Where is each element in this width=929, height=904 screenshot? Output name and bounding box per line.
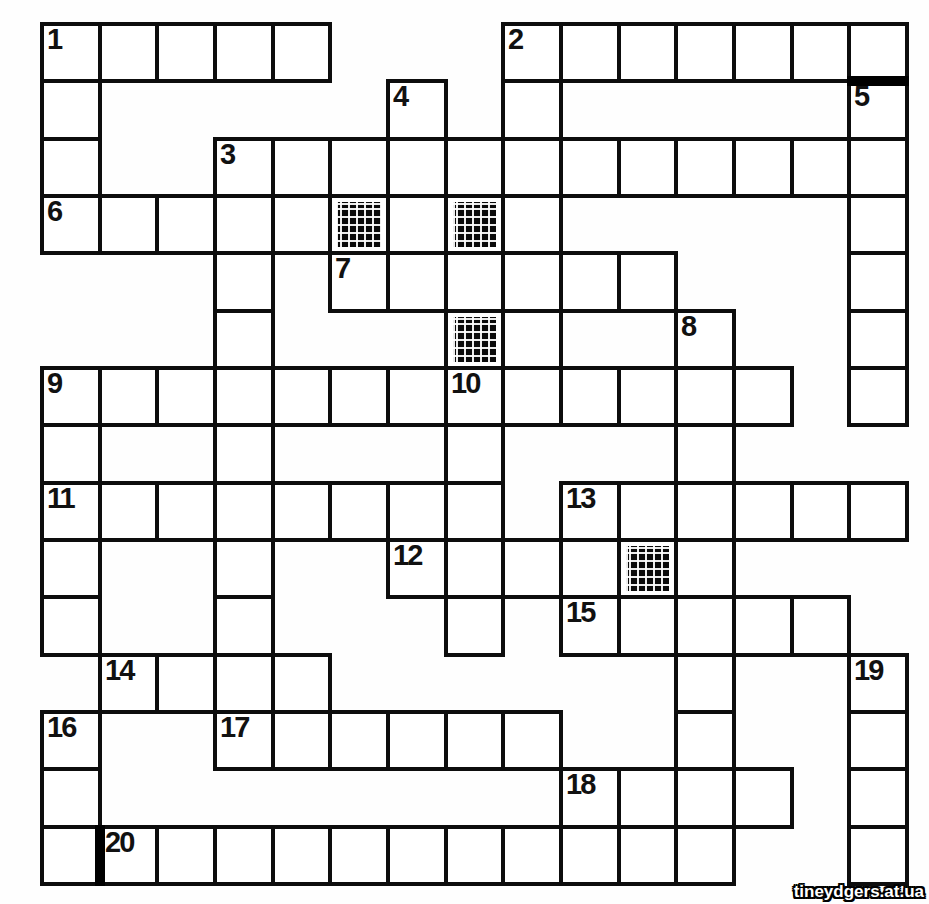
cell-r1c14[interactable]: 5: [847, 79, 909, 141]
cell-r5c3[interactable]: [213, 309, 275, 370]
clue-number-10: 10: [451, 367, 479, 400]
cell-r12c3[interactable]: 17: [213, 710, 275, 771]
cell-r9c11[interactable]: [674, 538, 736, 599]
cell-r6c4[interactable]: [271, 366, 332, 427]
cell-r8c9[interactable]: 13: [559, 481, 621, 542]
cell-r2c3[interactable]: 3: [213, 137, 275, 198]
cell-r0c13[interactable]: [790, 22, 851, 83]
word-separator-bar: [847, 76, 909, 86]
cell-r11c14[interactable]: 19: [847, 653, 909, 714]
cell-r8c4[interactable]: [271, 481, 332, 542]
clue-number-18: 18: [566, 768, 594, 801]
cell-r12c4[interactable]: [271, 710, 332, 771]
cell-r6c8[interactable]: [501, 366, 563, 427]
cell-r8c11[interactable]: [674, 481, 736, 542]
cell-r0c11[interactable]: [674, 22, 736, 83]
clue-number-14: 14: [105, 654, 133, 687]
cell-r3c6[interactable]: [386, 194, 448, 255]
cell-r4c8[interactable]: [501, 251, 563, 313]
cell-r11c1[interactable]: 14: [98, 653, 159, 714]
cell-r11c3[interactable]: [213, 653, 275, 714]
clue-number-6: 6: [47, 195, 61, 228]
cell-r2c8[interactable]: [501, 137, 563, 198]
watermark-text: tineydgers.at.ua: [794, 882, 924, 902]
cell-r9c3[interactable]: [213, 538, 275, 599]
cell-r9c8[interactable]: [501, 538, 563, 599]
cell-r2c0[interactable]: [40, 137, 102, 198]
cell-r14c3[interactable]: [213, 825, 275, 886]
cell-r12c0[interactable]: 16: [40, 710, 102, 771]
clue-number-13: 13: [566, 482, 594, 515]
cell-r0c3[interactable]: [213, 22, 275, 83]
cell-r4c6[interactable]: [386, 251, 448, 313]
cell-r6c10[interactable]: [617, 366, 678, 427]
cell-r0c8[interactable]: 2: [501, 22, 563, 83]
cell-r0c12[interactable]: [732, 22, 794, 83]
cell-r3c8[interactable]: [501, 194, 563, 255]
cell-r6c1[interactable]: [98, 366, 159, 427]
cell-r6c2[interactable]: [155, 366, 217, 427]
cell-r11c11[interactable]: [674, 653, 736, 714]
cell-r10c13[interactable]: [790, 595, 851, 657]
clue-number-12: 12: [393, 539, 421, 572]
blocked-cell-r9c10: [617, 538, 678, 599]
clue-number-20: 20: [105, 826, 133, 859]
cell-r11c4[interactable]: [271, 653, 332, 714]
clue-number-16: 16: [47, 711, 75, 744]
word-separator-bar: [95, 825, 105, 886]
cell-r13c12[interactable]: [732, 767, 794, 829]
cell-r8c12[interactable]: [732, 481, 794, 542]
crossword-board: 1245367891011131215141916171820: [0, 0, 929, 904]
cell-r2c14[interactable]: [847, 137, 909, 198]
cell-r8c0[interactable]: 11: [40, 481, 102, 542]
cell-r8c5[interactable]: [328, 481, 390, 542]
cell-r12c14[interactable]: [847, 710, 909, 771]
cell-r13c0[interactable]: [40, 767, 102, 829]
cell-r10c0[interactable]: [40, 595, 102, 657]
cell-r14c4[interactable]: [271, 825, 332, 886]
hatch-pattern: [453, 317, 496, 362]
cell-r1c8[interactable]: [501, 79, 563, 141]
clue-number-4: 4: [393, 80, 407, 113]
cell-r9c0[interactable]: [40, 538, 102, 599]
cell-r12c8[interactable]: [501, 710, 563, 771]
cell-r9c9[interactable]: [559, 538, 621, 599]
cell-r2c9[interactable]: [559, 137, 621, 198]
cell-r4c9[interactable]: [559, 251, 621, 313]
cell-r14c0[interactable]: [40, 825, 102, 886]
cell-r6c14[interactable]: [847, 366, 909, 427]
cell-r10c7[interactable]: [444, 595, 505, 657]
cell-r14c5[interactable]: [328, 825, 390, 886]
cell-r4c3[interactable]: [213, 251, 275, 313]
cell-r1c0[interactable]: [40, 79, 102, 141]
cell-r14c11[interactable]: [674, 825, 736, 886]
cell-r10c10[interactable]: [617, 595, 678, 657]
cell-r6c9[interactable]: [559, 366, 621, 427]
cell-r10c9[interactable]: 15: [559, 595, 621, 657]
cell-r3c0[interactable]: 6: [40, 194, 102, 255]
cell-r6c0[interactable]: 9: [40, 366, 102, 427]
cell-r4c10[interactable]: [617, 251, 678, 313]
clue-number-2: 2: [508, 23, 522, 56]
cell-r6c6[interactable]: [386, 366, 448, 427]
cell-r0c14[interactable]: [847, 22, 909, 83]
cell-r14c10[interactable]: [617, 825, 678, 886]
cell-r3c1[interactable]: [98, 194, 159, 255]
cell-r6c11[interactable]: [674, 366, 736, 427]
hatch-pattern: [626, 546, 669, 591]
cell-r6c12[interactable]: [732, 366, 794, 427]
cell-r5c11[interactable]: 8: [674, 309, 736, 370]
blocked-cell-r5c7: [444, 309, 505, 370]
cell-r0c10[interactable]: [617, 22, 678, 83]
cell-r2c4[interactable]: [271, 137, 332, 198]
blocked-cell-r3c7: [444, 194, 505, 255]
cell-r2c6[interactable]: [386, 137, 448, 198]
cell-r14c14[interactable]: [847, 825, 909, 886]
cell-r7c0[interactable]: [40, 423, 102, 485]
cell-r4c14[interactable]: [847, 251, 909, 313]
cell-r9c7[interactable]: [444, 538, 505, 599]
cell-r10c11[interactable]: [674, 595, 736, 657]
clue-number-7: 7: [335, 252, 349, 285]
cell-r13c14[interactable]: [847, 767, 909, 829]
clue-number-15: 15: [566, 596, 594, 629]
cell-r8c6[interactable]: [386, 481, 448, 542]
cell-r3c4[interactable]: [271, 194, 332, 255]
blocked-cell-r3c5: [328, 194, 390, 255]
cell-r0c2[interactable]: [155, 22, 217, 83]
cell-r8c7[interactable]: [444, 481, 505, 542]
cell-r6c5[interactable]: [328, 366, 390, 427]
hatch-pattern: [453, 202, 496, 247]
crossword-page: 1245367891011131215141916171820 tineydge…: [0, 0, 929, 904]
cell-r0c9[interactable]: [559, 22, 621, 83]
cell-r10c3[interactable]: [213, 595, 275, 657]
cell-r9c6[interactable]: 12: [386, 538, 448, 599]
cell-r4c7[interactable]: [444, 251, 505, 313]
cell-r2c7[interactable]: [444, 137, 505, 198]
cell-r0c1[interactable]: [98, 22, 159, 83]
cell-r8c14[interactable]: [847, 481, 909, 542]
cell-r7c7[interactable]: [444, 423, 505, 485]
cell-r5c8[interactable]: [501, 309, 563, 370]
cell-r6c7[interactable]: 10: [444, 366, 505, 427]
cell-r0c0[interactable]: 1: [40, 22, 102, 83]
cell-r8c3[interactable]: [213, 481, 275, 542]
cell-r8c1[interactable]: [98, 481, 159, 542]
clue-number-19: 19: [854, 654, 882, 687]
clue-number-11: 11: [47, 482, 74, 515]
cell-r6c3[interactable]: [213, 366, 275, 427]
cell-r7c3[interactable]: [213, 423, 275, 485]
cell-r13c10[interactable]: [617, 767, 678, 829]
cell-r2c5[interactable]: [328, 137, 390, 198]
cell-r3c2[interactable]: [155, 194, 217, 255]
cell-r13c9[interactable]: 18: [559, 767, 621, 829]
cell-r3c14[interactable]: [847, 194, 909, 255]
clue-number-17: 17: [220, 711, 248, 744]
cell-r12c6[interactable]: [386, 710, 448, 771]
cell-r14c7[interactable]: [444, 825, 505, 886]
cell-r12c11[interactable]: [674, 710, 736, 771]
clue-number-3: 3: [220, 138, 234, 171]
cell-r2c13[interactable]: [790, 137, 851, 198]
clue-number-9: 9: [47, 367, 61, 400]
cell-r7c11[interactable]: [674, 423, 736, 485]
cell-r12c7[interactable]: [444, 710, 505, 771]
cell-r11c2[interactable]: [155, 653, 217, 714]
cell-r1c6[interactable]: 4: [386, 79, 448, 141]
cell-r2c10[interactable]: [617, 137, 678, 198]
cell-r5c14[interactable]: [847, 309, 909, 370]
cell-r3c3[interactable]: [213, 194, 275, 255]
cell-r14c6[interactable]: [386, 825, 448, 886]
cell-r8c2[interactable]: [155, 481, 217, 542]
cell-r13c11[interactable]: [674, 767, 736, 829]
cell-r2c11[interactable]: [674, 137, 736, 198]
clue-number-1: 1: [47, 23, 61, 56]
cell-r14c8[interactable]: [501, 825, 563, 886]
cell-r14c9[interactable]: [559, 825, 621, 886]
clue-number-8: 8: [681, 310, 695, 343]
cell-r12c5[interactable]: [328, 710, 390, 771]
cell-r10c12[interactable]: [732, 595, 794, 657]
cell-r2c12[interactable]: [732, 137, 794, 198]
cell-r8c10[interactable]: [617, 481, 678, 542]
hatch-pattern: [337, 202, 381, 247]
cell-r8c13[interactable]: [790, 481, 851, 542]
cell-r4c5[interactable]: 7: [328, 251, 390, 313]
cell-r0c4[interactable]: [271, 22, 332, 83]
cell-r14c2[interactable]: [155, 825, 217, 886]
cell-r14c1[interactable]: 20: [98, 825, 159, 886]
